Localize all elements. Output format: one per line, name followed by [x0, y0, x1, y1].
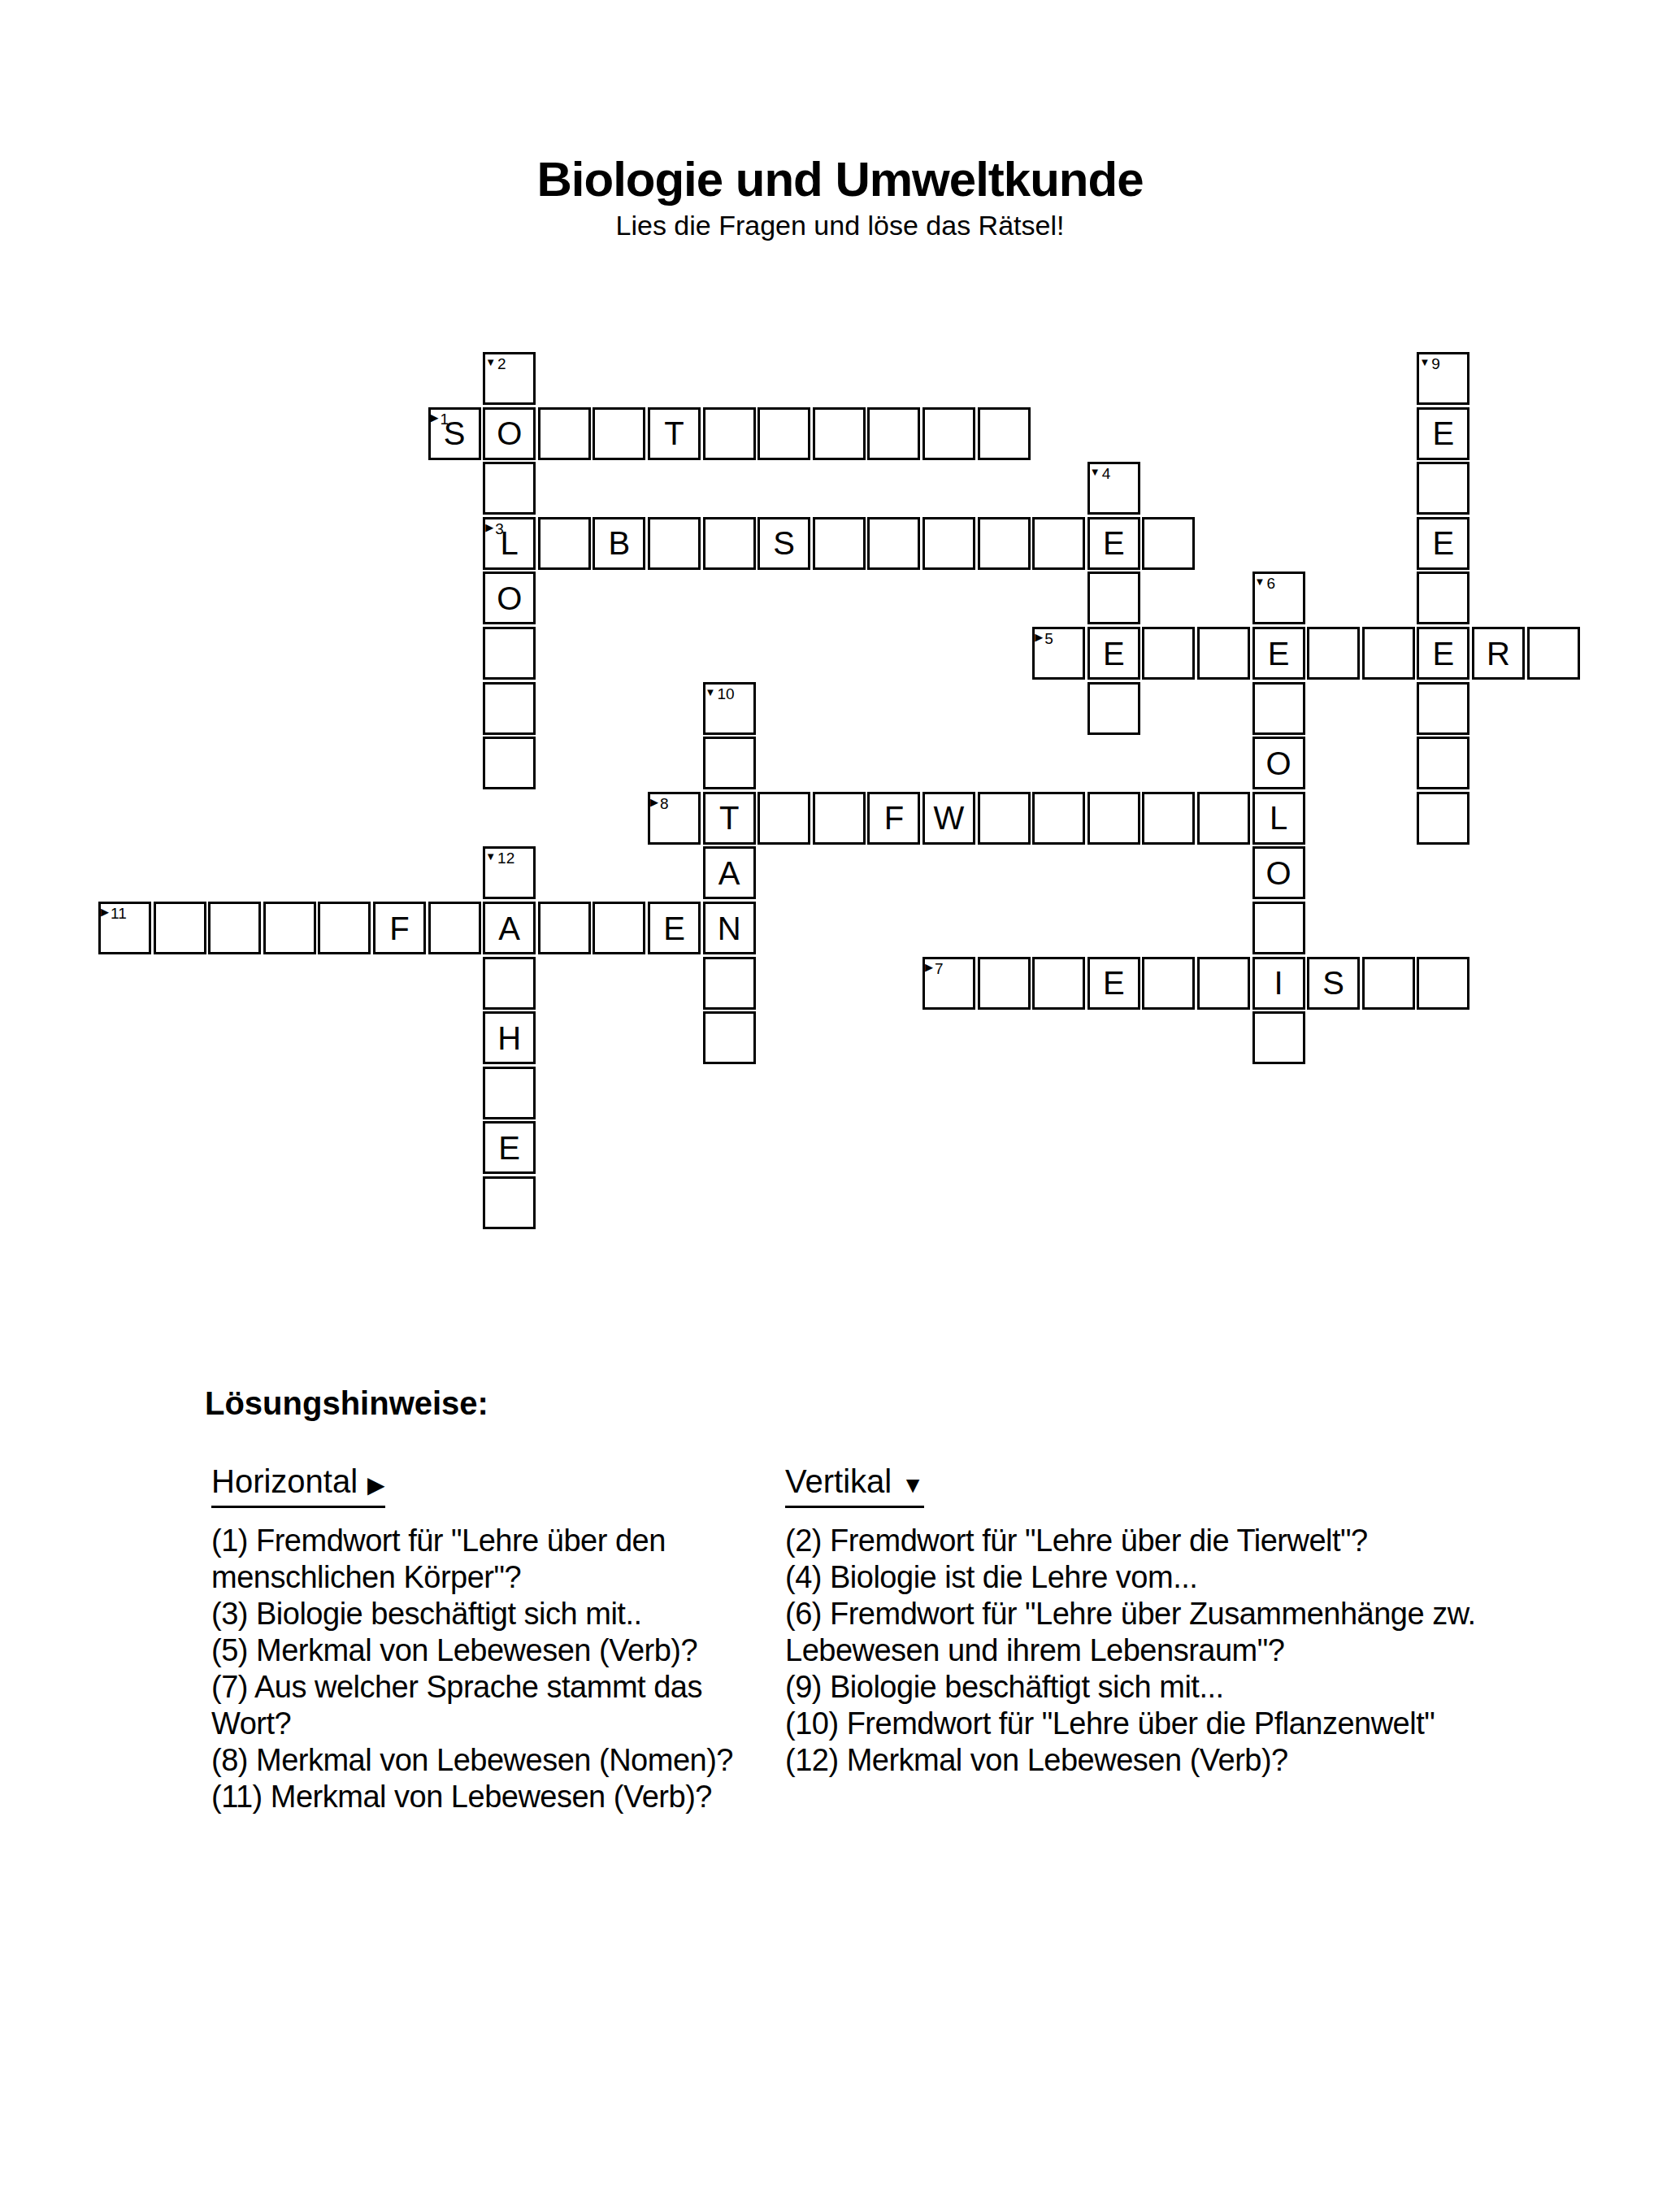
given-letter: A: [485, 904, 533, 952]
across-clues-column: Horizontal▶ (1) Fremdwort für "Lehre übe…: [211, 1463, 733, 1815]
grid-cell[interactable]: [1197, 627, 1250, 680]
page-title: Biologie und Umweltkunde: [0, 154, 1680, 205]
grid-cell[interactable]: E: [1252, 627, 1305, 680]
page-subtitle: Lies die Fragen und löse das Rätsel!: [0, 210, 1680, 241]
grid-cell[interactable]: ▼4: [1087, 462, 1140, 515]
clue-number: 2: [497, 357, 506, 372]
grid-cell[interactable]: [1087, 682, 1140, 735]
grid-cell[interactable]: R: [1472, 627, 1525, 680]
grid-cell[interactable]: [1087, 572, 1140, 624]
grid-cell[interactable]: F: [867, 792, 920, 845]
grid-cell[interactable]: [978, 517, 1031, 570]
clue-number-label: ▼12: [485, 851, 514, 866]
clue-number-label: ▶5: [1035, 632, 1053, 646]
down-arrow-icon: ▼: [1090, 467, 1100, 478]
grid-cell[interactable]: ▶11: [98, 902, 151, 954]
clue-line: (3) Biologie beschäftigt sich mit..: [211, 1596, 733, 1632]
down-arrow-icon: ▼: [705, 687, 716, 698]
grid-cell[interactable]: E: [648, 902, 701, 954]
grid-cell[interactable]: O: [483, 572, 536, 624]
grid-cell[interactable]: F: [373, 902, 426, 954]
grid-cell[interactable]: [703, 737, 756, 789]
grid-cell[interactable]: E: [1087, 517, 1140, 570]
grid-cell[interactable]: ▼12: [483, 846, 536, 899]
grid-cell[interactable]: [1142, 627, 1195, 680]
grid-cell[interactable]: [1032, 792, 1085, 845]
grid-cell[interactable]: [1527, 627, 1580, 680]
grid-cell[interactable]: [483, 627, 536, 680]
given-letter: O: [1255, 739, 1303, 787]
grid-cell[interactable]: [978, 957, 1031, 1010]
grid-cell[interactable]: [1252, 1011, 1305, 1064]
grid-cell[interactable]: [758, 792, 810, 845]
across-heading-label: Horizontal: [211, 1463, 358, 1499]
grid-cell[interactable]: I: [1252, 957, 1305, 1010]
given-letter: I: [1255, 959, 1303, 1007]
given-letter: H: [485, 1014, 533, 1062]
grid-cell[interactable]: E: [1087, 957, 1140, 1010]
grid-cell[interactable]: [978, 407, 1031, 460]
clue-number-label: ▼6: [1255, 576, 1275, 591]
grid-cell[interactable]: [1032, 957, 1085, 1010]
grid-cell[interactable]: [922, 407, 975, 460]
given-letter: E: [1419, 410, 1467, 458]
clue-number: 11: [111, 906, 127, 921]
grid-cell[interactable]: [703, 517, 756, 570]
clue-line: (5) Merkmal von Lebewesen (Verb)?: [211, 1632, 733, 1669]
grid-cell[interactable]: [318, 902, 371, 954]
grid-cell[interactable]: E: [1417, 407, 1469, 460]
grid-cell[interactable]: [1142, 792, 1195, 845]
grid-cell[interactable]: ▶7: [922, 957, 975, 1010]
given-letter: L: [1255, 794, 1303, 842]
clue-line: (9) Biologie beschäftigt sich mit...: [785, 1669, 1476, 1706]
grid-cell[interactable]: [483, 957, 536, 1010]
grid-cell[interactable]: [813, 407, 866, 460]
grid-cell[interactable]: [1417, 792, 1469, 845]
grid-cell[interactable]: L: [1252, 792, 1305, 845]
grid-cell[interactable]: B: [593, 517, 645, 570]
grid-cell[interactable]: O: [1252, 737, 1305, 789]
clue-line: (12) Merkmal von Lebewesen (Verb)?: [785, 1742, 1476, 1779]
grid-cell[interactable]: A: [483, 902, 536, 954]
grid-cell[interactable]: [1307, 627, 1360, 680]
grid-cell[interactable]: [483, 737, 536, 789]
given-letter: E: [1090, 629, 1138, 677]
grid-cell[interactable]: ▼6: [1252, 572, 1305, 624]
grid-cell[interactable]: ▶1S: [428, 407, 481, 460]
grid-cell[interactable]: [1197, 957, 1250, 1010]
grid-cell[interactable]: ▼2: [483, 352, 536, 405]
given-letter: L: [485, 519, 533, 567]
down-arrow-icon: ▼: [901, 1472, 924, 1497]
clue-number: 6: [1266, 576, 1275, 591]
grid-cell[interactable]: E: [483, 1121, 536, 1174]
across-clues-list: (1) Fremdwort für "Lehre über denmenschl…: [211, 1523, 733, 1815]
grid-cell[interactable]: [1417, 957, 1469, 1010]
grid-cell[interactable]: [813, 517, 866, 570]
given-letter: W: [925, 794, 973, 842]
worksheet-page: { "game": "crossword", "header": { "titl…: [0, 0, 1680, 2195]
grid-cell[interactable]: [538, 407, 591, 460]
given-letter: N: [705, 904, 753, 952]
given-letter: E: [1090, 519, 1138, 567]
grid-cell[interactable]: E: [1417, 517, 1469, 570]
clue-number-label: ▶8: [650, 797, 669, 811]
clue-number-label: ▼10: [705, 687, 735, 702]
grid-cell[interactable]: N: [703, 902, 756, 954]
crossword-grid: ▼2▼9▶1SOTE▼4▶3LBSEEO▼6▶5EEER▼10O▶8TFWL▼1…: [98, 352, 1586, 1238]
across-heading: Horizontal▶: [211, 1463, 733, 1508]
grid-cell[interactable]: [703, 1011, 756, 1064]
grid-cell[interactable]: [867, 407, 920, 460]
clue-line: (2) Fremdwort für "Lehre über die Tierwe…: [785, 1523, 1476, 1559]
grid-cell[interactable]: [1417, 737, 1469, 789]
grid-cell[interactable]: ▶5: [1032, 627, 1085, 680]
grid-cell[interactable]: ▼10: [703, 682, 756, 735]
down-arrow-icon: ▼: [1419, 357, 1430, 368]
clue-line: (11) Merkmal von Lebewesen (Verb)?: [211, 1779, 733, 1815]
grid-cell[interactable]: [538, 517, 591, 570]
down-arrow-icon: ▼: [1255, 576, 1265, 588]
grid-cell[interactable]: O: [1252, 846, 1305, 899]
clue-number: 8: [660, 797, 669, 811]
grid-cell[interactable]: [1252, 682, 1305, 735]
given-letter: A: [705, 849, 753, 897]
grid-cell[interactable]: E: [1087, 627, 1140, 680]
grid-cell[interactable]: [922, 517, 975, 570]
down-clues-list: (2) Fremdwort für "Lehre über die Tierwe…: [785, 1523, 1476, 1779]
grid-cell[interactable]: [263, 902, 316, 954]
clue-line: (7) Aus welcher Sprache stammt das: [211, 1669, 733, 1706]
down-heading: Vertikal▼: [785, 1463, 1476, 1508]
grid-cell[interactable]: T: [648, 407, 701, 460]
grid-cell[interactable]: O: [483, 407, 536, 460]
grid-cell[interactable]: [978, 792, 1031, 845]
given-letter: S: [1309, 959, 1357, 1007]
clue-number-label: ▼2: [485, 357, 506, 372]
grid-cell[interactable]: [208, 902, 261, 954]
clue-number-label: ▼4: [1090, 467, 1110, 481]
hints-heading: Lösungshinweise:: [205, 1385, 488, 1421]
grid-cell[interactable]: S: [758, 517, 810, 570]
grid-cell[interactable]: [1087, 792, 1140, 845]
given-letter: E: [1419, 629, 1467, 677]
given-letter: O: [485, 574, 533, 622]
given-letter: T: [650, 410, 698, 458]
clue-number: 5: [1044, 632, 1053, 646]
grid-cell[interactable]: E: [1417, 627, 1469, 680]
grid-cell[interactable]: [813, 792, 866, 845]
grid-cell[interactable]: [1417, 682, 1469, 735]
given-letter: E: [650, 904, 698, 952]
given-letter: F: [870, 794, 918, 842]
grid-cell[interactable]: [1032, 517, 1085, 570]
grid-cell[interactable]: [648, 517, 701, 570]
given-letter: S: [760, 519, 808, 567]
grid-cell[interactable]: H: [483, 1011, 536, 1064]
given-letter: S: [431, 410, 479, 458]
clue-number-label: ▶11: [101, 906, 127, 921]
grid-cell[interactable]: [1197, 792, 1250, 845]
given-letter: T: [705, 794, 753, 842]
grid-cell[interactable]: [1362, 627, 1415, 680]
grid-cell[interactable]: ▼9: [1417, 352, 1469, 405]
clue-line: menschlichen Körper"?: [211, 1559, 733, 1596]
clue-number-label: ▶7: [925, 962, 944, 976]
grid-cell[interactable]: ▶3L: [483, 517, 536, 570]
clue-line: (6) Fremdwort für "Lehre über Zusammenhä…: [785, 1596, 1476, 1632]
grid-cell[interactable]: T: [703, 792, 756, 845]
across-arrow-icon: ▶: [101, 906, 109, 918]
grid-cell[interactable]: [483, 1067, 536, 1119]
across-arrow-icon: ▶: [1035, 632, 1043, 643]
given-letter: E: [1255, 629, 1303, 677]
given-letter: R: [1474, 629, 1522, 677]
clue-line: Lebewesen und ihrem Lebensraum"?: [785, 1632, 1476, 1669]
down-arrow-icon: ▼: [485, 851, 496, 863]
given-letter: O: [485, 410, 533, 458]
grid-cell[interactable]: [593, 407, 645, 460]
clue-number: 9: [1431, 357, 1440, 372]
clue-line: (4) Biologie ist die Lehre vom...: [785, 1559, 1476, 1596]
given-letter: F: [376, 904, 423, 952]
grid-cell[interactable]: [483, 1176, 536, 1229]
grid-cell[interactable]: [1142, 957, 1195, 1010]
given-letter: E: [1090, 959, 1138, 1007]
down-arrow-icon: ▼: [485, 357, 496, 368]
grid-cell[interactable]: [428, 902, 481, 954]
grid-cell[interactable]: ▶8: [648, 792, 701, 845]
given-letter: O: [1255, 849, 1303, 897]
grid-cell[interactable]: [1362, 957, 1415, 1010]
across-arrow-icon: ▶: [367, 1472, 385, 1497]
grid-cell[interactable]: W: [922, 792, 975, 845]
clue-line: Wort?: [211, 1706, 733, 1742]
clue-number: 7: [935, 962, 944, 976]
grid-cell[interactable]: [1142, 517, 1195, 570]
grid-cell[interactable]: [867, 517, 920, 570]
grid-cell[interactable]: [1252, 902, 1305, 954]
given-letter: E: [1419, 519, 1467, 567]
clue-number: 4: [1102, 467, 1111, 481]
clue-number-label: ▼9: [1419, 357, 1439, 372]
grid-cell[interactable]: [703, 957, 756, 1010]
grid-cell[interactable]: [1417, 462, 1469, 515]
down-heading-label: Vertikal: [785, 1463, 892, 1499]
grid-cell[interactable]: [483, 462, 536, 515]
grid-cell[interactable]: [1417, 572, 1469, 624]
grid-cell[interactable]: [703, 407, 756, 460]
grid-cell[interactable]: [538, 902, 591, 954]
grid-cell[interactable]: A: [703, 846, 756, 899]
across-arrow-icon: ▶: [925, 962, 933, 973]
clue-line: (8) Merkmal von Lebewesen (Nomen)?: [211, 1742, 733, 1779]
grid-cell[interactable]: S: [1307, 957, 1360, 1010]
clue-line: (1) Fremdwort für "Lehre über den: [211, 1523, 733, 1559]
clue-line: (10) Fremdwort für "Lehre über die Pflan…: [785, 1706, 1476, 1742]
given-letter: E: [485, 1124, 533, 1171]
clue-number: 12: [497, 851, 514, 866]
across-arrow-icon: ▶: [650, 797, 658, 808]
down-clues-column: Vertikal▼ (2) Fremdwort für "Lehre über …: [785, 1463, 1476, 1779]
clue-number: 10: [717, 687, 734, 702]
grid-cell[interactable]: [483, 682, 536, 735]
grid-cell[interactable]: [758, 407, 810, 460]
grid-cell[interactable]: [154, 902, 206, 954]
given-letter: B: [595, 519, 643, 567]
grid-cell[interactable]: [593, 902, 645, 954]
